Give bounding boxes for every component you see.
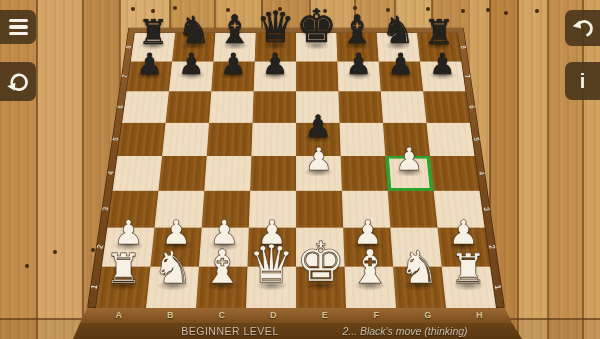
pieces-layer: ♜♞♝♛♚♝♞♜♟♟♟♟♟♟♟♟♟♟♟♟♟♟♟♟♜♞♝♛♚♝♞♜ [0,0,600,339]
info-icon: i [580,71,586,91]
file-label-d: D [248,310,300,322]
file-label-e: E [299,310,351,322]
file-label-g: G [402,310,454,322]
file-label-b: B [145,310,197,322]
rotate-board-button[interactable] [0,62,36,101]
file-label-a: A [93,310,145,322]
info-button[interactable]: i [565,62,600,100]
white-pawn-g4[interactable]: ♟ [369,144,449,176]
file-labels: ABCDEFGH [93,310,505,322]
black-pawn-h7[interactable]: ♟ [402,50,482,79]
hamburger-icon [9,19,28,36]
file-label-f: F [351,310,403,322]
white-rook-h1[interactable]: ♜ [428,249,508,290]
undo-button[interactable] [565,10,600,46]
white-pawn-e4[interactable]: ♟ [279,144,359,176]
undo-arrow-icon [571,16,595,40]
file-label-h: H [454,310,506,322]
rotate-ccw-icon [6,70,30,94]
file-label-c: C [196,310,248,322]
move-status-label: 2... Black's move (thinking) [330,325,480,337]
black-pawn-d7[interactable]: ♟ [235,50,315,79]
black-pawn-e5[interactable]: ♟ [278,111,358,142]
status-bar: BEGINNER LEVEL 2... Black's move (thinki… [70,323,530,339]
board-front-bevel: ABCDEFGH [75,308,517,323]
black-rook-h8[interactable]: ♜ [399,15,479,49]
menu-button[interactable] [0,10,36,44]
level-label: BEGINNER LEVEL [170,325,290,337]
